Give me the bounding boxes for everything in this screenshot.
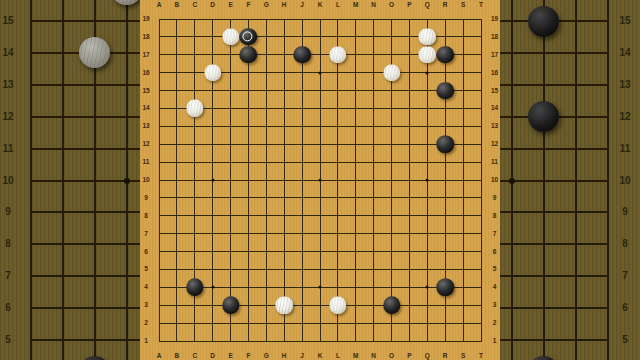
- grid-line-vertical: [337, 19, 338, 342]
- row-label-left: 16: [140, 69, 153, 77]
- column-label-top: C: [188, 1, 202, 9]
- panel-row-label: 6: [615, 302, 635, 314]
- grid-line-horizontal: [500, 84, 609, 86]
- row-label-right: 16: [488, 69, 501, 77]
- grid-line-horizontal: [159, 305, 482, 306]
- column-label-bottom: O: [385, 352, 399, 360]
- column-label-bottom: F: [241, 352, 255, 360]
- white-stone[interactable]: [204, 64, 221, 81]
- row-label-left: 12: [140, 140, 153, 148]
- row-label-left: 9: [140, 194, 153, 202]
- panel-row-label: 14: [0, 47, 18, 59]
- row-label-left: 6: [140, 248, 153, 256]
- row-label-left: 11: [140, 158, 153, 166]
- black-stone[interactable]: [437, 136, 454, 153]
- grid-line-horizontal: [500, 148, 609, 150]
- white-stone[interactable]: [419, 28, 436, 45]
- star-point: [319, 71, 322, 74]
- white-stone[interactable]: [276, 297, 293, 314]
- grid-line-horizontal: [500, 243, 609, 245]
- grid-line-horizontal: [159, 215, 482, 216]
- column-label-top: A: [152, 1, 166, 9]
- dimmed-black-stone: [528, 356, 559, 360]
- grid-line-vertical: [481, 19, 482, 342]
- panel-row-label: 8: [615, 238, 635, 250]
- grid-line-horizontal: [500, 211, 609, 213]
- row-label-left: 4: [140, 283, 153, 291]
- grid-line-vertical: [409, 19, 410, 342]
- row-label-left: 8: [140, 212, 153, 220]
- row-label-right: 10: [488, 176, 501, 184]
- panel-row-label: 10: [615, 175, 635, 187]
- background-board-right: 15141312111098765: [500, 0, 640, 360]
- star-point: [319, 179, 322, 182]
- star-point: [319, 286, 322, 289]
- panel-row-label: 9: [615, 206, 635, 218]
- panel-row-label: 5: [0, 334, 18, 346]
- row-label-right: 2: [488, 319, 501, 327]
- row-label-left: 17: [140, 51, 153, 59]
- grid-line-horizontal: [30, 211, 140, 213]
- row-label-left: 15: [140, 87, 153, 95]
- column-label-top: T: [474, 1, 488, 9]
- row-label-left: 3: [140, 301, 153, 309]
- background-board-left: 15141312111098765: [0, 0, 140, 360]
- column-label-bottom: E: [224, 352, 238, 360]
- grid-line-horizontal: [500, 339, 609, 341]
- panel-row-label: 9: [0, 206, 18, 218]
- row-label-left: 14: [140, 104, 153, 112]
- black-stone[interactable]: [186, 279, 203, 296]
- grid-line-horizontal: [30, 243, 140, 245]
- panel-row-label: 13: [0, 79, 18, 91]
- row-label-right: 14: [488, 104, 501, 112]
- star-point: [426, 286, 429, 289]
- panel-row-label: 12: [615, 111, 635, 123]
- grid-line-horizontal: [500, 275, 609, 277]
- star-point: [509, 178, 515, 184]
- row-label-left: 1: [140, 337, 153, 345]
- grid-line-vertical: [607, 0, 609, 360]
- black-stone[interactable]: [437, 82, 454, 99]
- column-label-top: J: [295, 1, 309, 9]
- column-label-bottom: G: [259, 352, 273, 360]
- star-point: [426, 179, 429, 182]
- grid-line-vertical: [463, 19, 464, 342]
- column-label-top: B: [170, 1, 184, 9]
- column-label-top: M: [349, 1, 363, 9]
- white-stone[interactable]: [222, 28, 239, 45]
- column-label-top: F: [241, 1, 255, 9]
- column-label-top: G: [259, 1, 273, 9]
- dimmed-black-stone: [528, 101, 559, 132]
- column-label-top: H: [277, 1, 291, 9]
- row-label-right: 3: [488, 301, 501, 309]
- row-label-right: 8: [488, 212, 501, 220]
- panel-row-label: 10: [0, 175, 18, 187]
- column-label-bottom: P: [402, 352, 416, 360]
- panel-row-label: 15: [0, 15, 18, 27]
- black-stone[interactable]: [437, 46, 454, 63]
- column-label-top: R: [438, 1, 452, 9]
- row-label-right: 5: [488, 265, 501, 273]
- black-stone[interactable]: [437, 279, 454, 296]
- column-label-top: K: [313, 1, 327, 9]
- star-point: [211, 286, 214, 289]
- panel-row-label: 8: [0, 238, 18, 250]
- grid-line-horizontal: [500, 180, 609, 182]
- grid-line-vertical: [373, 19, 374, 342]
- grid-line-vertical: [355, 19, 356, 342]
- panel-row-label: 13: [615, 79, 635, 91]
- white-stone[interactable]: [383, 64, 400, 81]
- black-stone[interactable]: [240, 46, 257, 63]
- column-label-bottom: J: [295, 352, 309, 360]
- white-stone[interactable]: [186, 100, 203, 117]
- panel-row-label: 6: [0, 302, 18, 314]
- panel-row-label: 11: [615, 143, 635, 155]
- grid-line-horizontal: [30, 148, 140, 150]
- row-label-right: 15: [488, 87, 501, 95]
- grid-line-horizontal: [159, 233, 482, 234]
- row-label-right: 6: [488, 248, 501, 256]
- column-label-bottom: T: [474, 352, 488, 360]
- row-label-right: 9: [488, 194, 501, 202]
- row-label-right: 11: [488, 158, 501, 166]
- row-label-left: 7: [140, 230, 153, 238]
- column-label-top: E: [224, 1, 238, 9]
- grid-line-horizontal: [500, 307, 609, 309]
- white-stone[interactable]: [419, 46, 436, 63]
- column-label-bottom: B: [170, 352, 184, 360]
- column-label-top: Q: [420, 1, 434, 9]
- grid-line-horizontal: [159, 251, 482, 252]
- dimmed-black-stone: [79, 356, 110, 360]
- dimmed-white-stone: [111, 0, 140, 5]
- grid-line-vertical: [575, 0, 577, 360]
- white-stone[interactable]: [329, 297, 346, 314]
- row-label-right: 18: [488, 33, 501, 41]
- dimmed-white-stone: [79, 37, 110, 68]
- row-label-left: 2: [140, 319, 153, 327]
- star-point: [426, 71, 429, 74]
- row-label-left: 5: [140, 265, 153, 273]
- column-label-top: N: [367, 1, 381, 9]
- black-stone[interactable]: [293, 46, 310, 63]
- grid-line-horizontal: [159, 269, 482, 270]
- column-label-bottom: D: [206, 352, 220, 360]
- column-label-bottom: Q: [420, 352, 434, 360]
- column-label-bottom: K: [313, 352, 327, 360]
- column-label-bottom: L: [331, 352, 345, 360]
- grid-line-horizontal: [30, 116, 140, 118]
- panel-row-label: 14: [615, 47, 635, 59]
- grid-line-horizontal: [500, 52, 609, 54]
- row-label-right: 12: [488, 140, 501, 148]
- star-point: [211, 179, 214, 182]
- black-stone[interactable]: [240, 28, 257, 45]
- column-label-top: D: [206, 1, 220, 9]
- grid-line-horizontal: [159, 197, 482, 198]
- panel-row-label: 11: [0, 143, 18, 155]
- row-label-left: 19: [140, 15, 153, 23]
- row-label-right: 4: [488, 283, 501, 291]
- column-label-top: L: [331, 1, 345, 9]
- column-label-bottom: H: [277, 352, 291, 360]
- panel-row-label: 7: [615, 270, 635, 282]
- panel-row-label: 7: [0, 270, 18, 282]
- grid-line-horizontal: [30, 275, 140, 277]
- go-board[interactable]: AABBCCDDEEFFGGHHJJKKLLMMNNOOPPQQRRSSTT19…: [140, 0, 500, 360]
- white-stone[interactable]: [329, 46, 346, 63]
- row-label-left: 18: [140, 33, 153, 41]
- row-label-right: 13: [488, 122, 501, 130]
- black-stone[interactable]: [383, 297, 400, 314]
- row-label-left: 13: [140, 122, 153, 130]
- grid-line-horizontal: [30, 84, 140, 86]
- panel-row-label: 12: [0, 111, 18, 123]
- column-label-bottom: A: [152, 352, 166, 360]
- row-label-right: 19: [488, 15, 501, 23]
- row-label-right: 7: [488, 230, 501, 238]
- grid-line-horizontal: [159, 341, 482, 342]
- row-label-right: 17: [488, 51, 501, 59]
- column-label-top: S: [456, 1, 470, 9]
- column-label-bottom: C: [188, 352, 202, 360]
- dimmed-black-stone: [528, 6, 559, 37]
- column-label-bottom: R: [438, 352, 452, 360]
- row-label-right: 1: [488, 337, 501, 345]
- column-label-top: O: [385, 1, 399, 9]
- black-stone[interactable]: [222, 297, 239, 314]
- panel-row-label: 15: [615, 15, 635, 27]
- video-frame: 15141312111098765 AABBCCDDEEFFGGHHJJKKLL…: [0, 0, 640, 360]
- grid-line-horizontal: [30, 20, 140, 22]
- grid-line-horizontal: [159, 323, 482, 324]
- grid-line-horizontal: [30, 339, 140, 341]
- grid-line-vertical: [543, 0, 545, 360]
- panel-row-label: 5: [615, 334, 635, 346]
- row-label-left: 10: [140, 176, 153, 184]
- star-point: [124, 178, 130, 184]
- column-label-bottom: S: [456, 352, 470, 360]
- column-label-bottom: M: [349, 352, 363, 360]
- column-label-bottom: N: [367, 352, 381, 360]
- column-label-top: P: [402, 1, 416, 9]
- grid-line-horizontal: [30, 307, 140, 309]
